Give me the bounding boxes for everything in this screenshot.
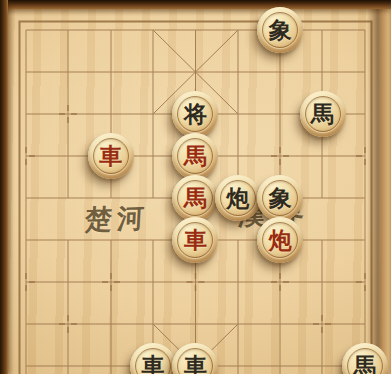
piece-red-cannon[interactable]: 炮 <box>257 217 303 263</box>
piece-red-chariot[interactable]: 車 <box>172 217 218 263</box>
piece-black-elephant[interactable]: 象 <box>257 175 303 221</box>
piece-glyph: 象 <box>269 18 292 42</box>
board-frame-top <box>0 0 391 9</box>
piece-glyph: 馬 <box>311 102 334 126</box>
piece-black-cannon[interactable]: 炮 <box>215 175 261 221</box>
piece-red-chariot[interactable]: 車 <box>88 133 134 179</box>
piece-glyph: 車 <box>142 354 165 374</box>
piece-glyph: 馬 <box>353 354 376 374</box>
piece-glyph: 車 <box>99 144 122 168</box>
piece-red-horse[interactable]: 馬 <box>172 133 218 179</box>
board-frame-left <box>0 0 8 374</box>
piece-black-horse[interactable]: 馬 <box>300 91 346 137</box>
piece-glyph: 馬 <box>184 144 207 168</box>
piece-glyph: 車 <box>184 354 207 374</box>
piece-glyph: 炮 <box>269 228 292 252</box>
xiangqi-board[interactable]: 楚河 漢界 象将馬車馬馬炮象車炮車車馬 <box>0 0 391 374</box>
piece-glyph: 車 <box>184 228 207 252</box>
piece-glyph: 将 <box>184 102 207 126</box>
piece-black-general[interactable]: 将 <box>172 91 218 137</box>
piece-glyph: 象 <box>269 186 292 210</box>
piece-black-elephant[interactable]: 象 <box>257 7 303 53</box>
piece-grid[interactable]: 象将馬車馬馬炮象車炮車車馬 <box>5 9 386 374</box>
piece-glyph: 炮 <box>226 186 249 210</box>
piece-glyph: 馬 <box>184 186 207 210</box>
board-frame-right <box>367 0 391 374</box>
piece-black-chariot[interactable]: 車 <box>130 343 176 374</box>
piece-red-horse[interactable]: 馬 <box>172 175 218 221</box>
piece-black-chariot[interactable]: 車 <box>172 343 218 374</box>
